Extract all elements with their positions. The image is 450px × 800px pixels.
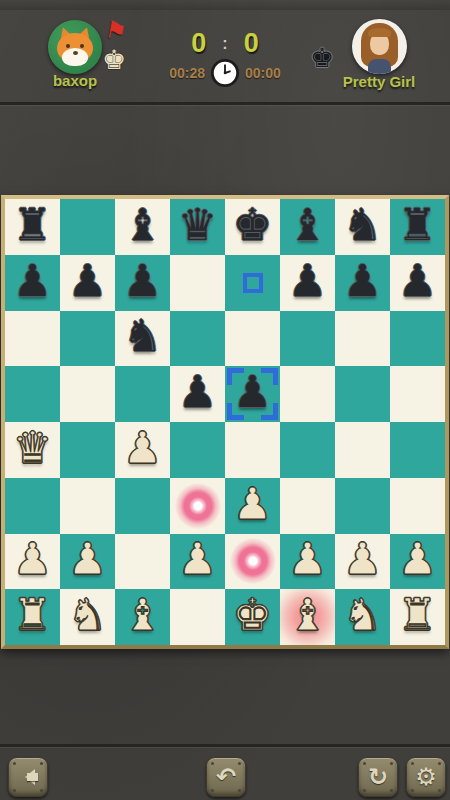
piece-white-b: ♝ [288, 593, 327, 637]
piece-black-k: ♚ [233, 203, 272, 247]
square-h3[interactable] [390, 478, 445, 534]
piece-black-n: ♞ [343, 203, 382, 247]
piece-black-p: ♟ [288, 259, 327, 303]
score-display: 0 : 0 [150, 28, 300, 59]
square-f4[interactable] [280, 422, 335, 478]
right-player-name: Pretty Girl [318, 73, 440, 90]
square-g8[interactable]: ♞ [335, 199, 390, 255]
square-d4[interactable] [170, 422, 225, 478]
piece-white-p: ♟ [343, 537, 382, 581]
piece-black-b: ♝ [288, 203, 327, 247]
square-e3[interactable]: ♟ [225, 478, 280, 534]
piece-white-p: ♟ [178, 537, 217, 581]
square-d8[interactable]: ♛ [170, 199, 225, 255]
square-d6[interactable] [170, 311, 225, 367]
square-f7[interactable]: ♟ [280, 255, 335, 311]
piece-white-k: ♚ [233, 593, 272, 637]
avatar-right-player[interactable] [352, 19, 407, 74]
square-h1[interactable]: ♜ [390, 589, 445, 645]
panel-divider-bottom [0, 744, 450, 747]
square-d5[interactable]: ♟ [170, 366, 225, 422]
left-player-name: baxop [20, 72, 130, 89]
square-a3[interactable] [5, 478, 60, 534]
piece-black-q: ♛ [178, 203, 217, 247]
square-e4[interactable] [225, 422, 280, 478]
hint-glow-marker [230, 538, 276, 584]
score-separator: : [222, 35, 227, 53]
square-g2[interactable]: ♟ [335, 534, 390, 590]
panel-divider-top [0, 102, 450, 105]
clock-icon [210, 58, 240, 88]
piece-white-p: ♟ [68, 537, 107, 581]
board-grid: ♜♝♛♚♝♞♜♟♟♟♟♟♟♞♟♟♛♟♟♟♟♟♟♟♟♜♞♝♚♝♞♜ [5, 199, 445, 645]
piece-white-p: ♟ [123, 426, 162, 470]
square-a2[interactable]: ♟ [5, 534, 60, 590]
square-h5[interactable] [390, 366, 445, 422]
square-a7[interactable]: ♟ [5, 255, 60, 311]
square-c8[interactable]: ♝ [115, 199, 170, 255]
square-d1[interactable] [170, 589, 225, 645]
square-h6[interactable] [390, 311, 445, 367]
piece-white-p: ♟ [233, 482, 272, 526]
square-g3[interactable] [335, 478, 390, 534]
chess-board: ♜♝♛♚♝♞♜♟♟♟♟♟♟♞♟♟♛♟♟♟♟♟♟♟♟♜♞♝♚♝♞♜ [1, 195, 449, 649]
square-e8[interactable]: ♚ [225, 199, 280, 255]
red-flag-icon: ⚑ [103, 15, 129, 46]
square-b3[interactable] [60, 478, 115, 534]
rotate-icon: ↻ [368, 765, 388, 789]
white-king-icon: ♚ [102, 46, 126, 73]
hint-glow-marker [175, 483, 221, 529]
piece-white-q: ♛ [13, 426, 52, 470]
square-b4[interactable] [60, 422, 115, 478]
square-a5[interactable] [5, 366, 60, 422]
square-b2[interactable]: ♟ [60, 534, 115, 590]
square-b6[interactable] [60, 311, 115, 367]
square-d7[interactable] [170, 255, 225, 311]
square-f5[interactable] [280, 366, 335, 422]
piece-white-r: ♜ [398, 593, 437, 637]
back-button[interactable] [8, 757, 48, 797]
square-h2[interactable]: ♟ [390, 534, 445, 590]
piece-black-p: ♟ [178, 370, 217, 414]
square-d2[interactable]: ♟ [170, 534, 225, 590]
piece-black-b: ♝ [123, 203, 162, 247]
square-f8[interactable]: ♝ [280, 199, 335, 255]
piece-white-p: ♟ [288, 537, 327, 581]
square-h4[interactable] [390, 422, 445, 478]
gear-icon: ⚙ [415, 765, 437, 789]
last-move-from-marker [243, 273, 263, 293]
black-king-icon: ♚ [310, 44, 334, 71]
square-g6[interactable] [335, 311, 390, 367]
square-b5[interactable] [60, 366, 115, 422]
square-c3[interactable] [115, 478, 170, 534]
settings-button[interactable]: ⚙ [406, 757, 446, 797]
square-c7[interactable]: ♟ [115, 255, 170, 311]
square-h7[interactable]: ♟ [390, 255, 445, 311]
piece-white-n: ♞ [343, 593, 382, 637]
piece-black-p: ♟ [68, 259, 107, 303]
square-e5[interactable]: ♟ [225, 366, 280, 422]
left-player-timer: 00:28 [169, 65, 205, 81]
square-c6[interactable]: ♞ [115, 311, 170, 367]
square-g1[interactable]: ♞ [335, 589, 390, 645]
right-player-timer: 00:00 [245, 65, 281, 81]
square-b8[interactable] [60, 199, 115, 255]
piece-white-r: ♜ [13, 593, 52, 637]
square-f1[interactable]: ♝ [280, 589, 335, 645]
square-f2[interactable]: ♟ [280, 534, 335, 590]
square-a1[interactable]: ♜ [5, 589, 60, 645]
square-d3[interactable] [170, 478, 225, 534]
timers: 00:28 00:00 [140, 58, 310, 88]
square-e1[interactable]: ♚ [225, 589, 280, 645]
square-a4[interactable]: ♛ [5, 422, 60, 478]
square-a8[interactable]: ♜ [5, 199, 60, 255]
square-f6[interactable] [280, 311, 335, 367]
square-e2[interactable] [225, 534, 280, 590]
piece-black-p: ♟ [13, 259, 52, 303]
piece-white-n: ♞ [68, 593, 107, 637]
square-a6[interactable] [5, 311, 60, 367]
square-b7[interactable]: ♟ [60, 255, 115, 311]
flip-board-button[interactable]: ↻ [358, 757, 398, 797]
undo-icon: ↶ [216, 765, 236, 789]
square-c1[interactable]: ♝ [115, 589, 170, 645]
square-c4[interactable]: ♟ [115, 422, 170, 478]
square-f3[interactable] [280, 478, 335, 534]
square-g7[interactable]: ♟ [335, 255, 390, 311]
square-h8[interactable]: ♜ [390, 199, 445, 255]
piece-black-p: ♟ [233, 370, 272, 414]
square-g4[interactable] [335, 422, 390, 478]
undo-move-button[interactable]: ↶ [206, 757, 246, 797]
avatar-left-player[interactable] [48, 20, 102, 74]
square-e7[interactable] [225, 255, 280, 311]
piece-black-p: ♟ [343, 259, 382, 303]
piece-white-b: ♝ [123, 593, 162, 637]
piece-black-r: ♜ [398, 203, 437, 247]
square-g5[interactable] [335, 366, 390, 422]
piece-white-p: ♟ [398, 537, 437, 581]
left-score: 0 [191, 28, 206, 59]
square-b1[interactable]: ♞ [60, 589, 115, 645]
piece-black-p: ♟ [123, 259, 162, 303]
square-c5[interactable] [115, 366, 170, 422]
square-e6[interactable] [225, 311, 280, 367]
piece-black-r: ♜ [13, 203, 52, 247]
piece-white-p: ♟ [13, 537, 52, 581]
left-arrow-icon [17, 768, 39, 786]
piece-black-n: ♞ [123, 314, 162, 358]
square-c2[interactable] [115, 534, 170, 590]
right-score: 0 [244, 28, 259, 59]
piece-black-p: ♟ [398, 259, 437, 303]
top-shade [0, 0, 450, 10]
